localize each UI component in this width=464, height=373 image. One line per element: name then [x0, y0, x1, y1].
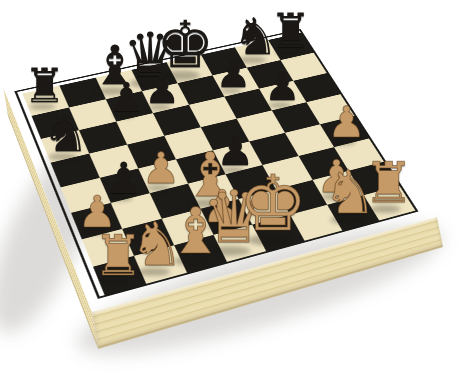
piece-black-pawn-c7[interactable]: ♟ — [109, 77, 145, 117]
piece-black-pawn-g6[interactable]: ♟ — [264, 66, 301, 107]
piece-black-pawn-f7[interactable]: ♟ — [215, 53, 251, 93]
piece-white-rook-h1[interactable]: ♜ — [363, 155, 413, 211]
piece-white-pawn-h4[interactable]: ♟ — [327, 101, 366, 144]
piece-black-knight-a6[interactable]: ♞ — [42, 106, 90, 159]
piece-black-pawn-d7[interactable]: ♟ — [144, 69, 180, 109]
piece-black-rook-h8[interactable]: ♜ — [269, 7, 311, 54]
product-photo: ♜♝♛♚♞♜♟♟♟♞♟♟♟♟♟♟♝♟♟♜♞♝♛♚♞♜ — [0, 0, 464, 373]
piece-white-pawn-c4[interactable]: ♟ — [142, 147, 181, 190]
piece-white-king-e1[interactable]: ♚ — [238, 165, 307, 242]
